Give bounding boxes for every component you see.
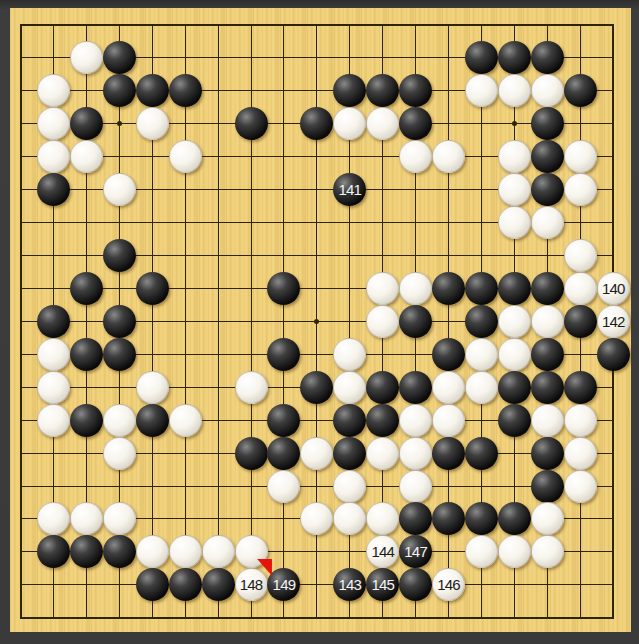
go-stone-black bbox=[564, 305, 597, 338]
grid-line-horizontal bbox=[20, 617, 615, 619]
go-stone-white bbox=[564, 404, 597, 437]
go-stone-black bbox=[531, 272, 564, 305]
go-stone-black bbox=[136, 74, 169, 107]
go-stone-black bbox=[399, 107, 432, 140]
go-stone-white bbox=[564, 272, 597, 305]
go-stone-black bbox=[498, 371, 531, 404]
go-stone-black bbox=[70, 535, 103, 568]
go-stone-black bbox=[564, 371, 597, 404]
star-point bbox=[314, 319, 319, 324]
go-stone-black bbox=[202, 568, 235, 601]
go-stone-white bbox=[37, 338, 70, 371]
go-stone-black bbox=[465, 41, 498, 74]
go-stone-black bbox=[366, 371, 399, 404]
go-stone-white bbox=[498, 206, 531, 239]
go-stone-black bbox=[235, 107, 268, 140]
go-stone-black bbox=[465, 437, 498, 470]
go-stone-white bbox=[267, 470, 300, 503]
go-stone-white bbox=[498, 173, 531, 206]
go-stone-white bbox=[399, 140, 432, 173]
go-stone-black bbox=[136, 272, 169, 305]
go-stone-white bbox=[37, 371, 70, 404]
go-stone-white bbox=[531, 502, 564, 535]
go-stone-black bbox=[432, 502, 465, 535]
move-number-label: 142 bbox=[602, 314, 625, 329]
go-stone-black bbox=[366, 74, 399, 107]
go-stone-black bbox=[531, 470, 564, 503]
go-stone-white bbox=[564, 470, 597, 503]
go-stone-white: 144 bbox=[366, 535, 399, 568]
go-stone-white bbox=[465, 74, 498, 107]
go-stone-white bbox=[465, 535, 498, 568]
go-stone-white bbox=[366, 272, 399, 305]
go-stone-black bbox=[136, 568, 169, 601]
move-number-label: 149 bbox=[273, 577, 296, 592]
go-stone-white bbox=[531, 74, 564, 107]
go-stone-white bbox=[70, 502, 103, 535]
move-number-label: 145 bbox=[371, 577, 394, 592]
go-stone-white bbox=[235, 371, 268, 404]
go-stone-white bbox=[37, 140, 70, 173]
go-stone-black bbox=[498, 404, 531, 437]
go-stone-white bbox=[202, 535, 235, 568]
go-stone-black bbox=[531, 173, 564, 206]
go-stone-black bbox=[432, 437, 465, 470]
go-stone-black bbox=[169, 568, 202, 601]
go-stone-white bbox=[366, 437, 399, 470]
go-stone-white bbox=[564, 173, 597, 206]
go-stone-white bbox=[399, 470, 432, 503]
go-stone-black bbox=[267, 272, 300, 305]
go-stone-black: 143 bbox=[333, 568, 366, 601]
go-stone-white: 140 bbox=[597, 272, 630, 305]
move-number-label: 140 bbox=[602, 281, 625, 296]
go-stone-black bbox=[333, 404, 366, 437]
go-stone-white bbox=[333, 107, 366, 140]
go-stone-white bbox=[498, 305, 531, 338]
go-stone-black bbox=[70, 404, 103, 437]
go-stone-white bbox=[37, 404, 70, 437]
go-stone-white bbox=[103, 437, 136, 470]
go-stone-white bbox=[103, 502, 136, 535]
go-stone-black bbox=[531, 338, 564, 371]
go-stone-white bbox=[366, 502, 399, 535]
go-stone-black bbox=[597, 338, 630, 371]
go-stone-white bbox=[300, 502, 333, 535]
go-stone-white bbox=[333, 371, 366, 404]
go-stone-white bbox=[465, 338, 498, 371]
go-stone-white bbox=[432, 404, 465, 437]
go-stone-black bbox=[103, 338, 136, 371]
go-stone-black bbox=[70, 272, 103, 305]
go-stone-black bbox=[169, 74, 202, 107]
move-number-label: 143 bbox=[338, 577, 361, 592]
go-stone-black bbox=[70, 107, 103, 140]
go-stone-white bbox=[136, 535, 169, 568]
go-stone-black bbox=[366, 404, 399, 437]
go-stone-white bbox=[169, 140, 202, 173]
go-stone-white bbox=[498, 140, 531, 173]
move-number-label: 148 bbox=[240, 577, 263, 592]
go-stone-black bbox=[235, 437, 268, 470]
go-stone-black bbox=[498, 41, 531, 74]
go-stone-black bbox=[399, 502, 432, 535]
go-stone-black bbox=[531, 41, 564, 74]
go-stone-white bbox=[498, 338, 531, 371]
go-stone-white bbox=[498, 535, 531, 568]
grid-line-horizontal bbox=[20, 486, 615, 487]
go-stone-black bbox=[432, 272, 465, 305]
go-stone-white: 148 bbox=[235, 568, 268, 601]
go-stone-black bbox=[333, 74, 366, 107]
go-stone-black bbox=[465, 272, 498, 305]
go-stone-white bbox=[333, 338, 366, 371]
go-stone-white bbox=[366, 305, 399, 338]
go-board[interactable]: 141140142144147148149143145146 bbox=[10, 8, 631, 632]
go-stone-black bbox=[399, 568, 432, 601]
go-stone-black: 149 bbox=[267, 568, 300, 601]
go-stone-black bbox=[432, 338, 465, 371]
go-stone-white bbox=[70, 140, 103, 173]
go-stone-white bbox=[333, 502, 366, 535]
go-stone-black bbox=[103, 305, 136, 338]
go-stone-white bbox=[169, 404, 202, 437]
grid-line-horizontal bbox=[20, 584, 615, 585]
star-point bbox=[512, 121, 517, 126]
go-stone-white bbox=[399, 437, 432, 470]
go-stone-black bbox=[399, 371, 432, 404]
go-stone-white bbox=[399, 404, 432, 437]
go-stone-black: 141 bbox=[333, 173, 366, 206]
go-stone-black bbox=[564, 74, 597, 107]
go-stone-black bbox=[333, 437, 366, 470]
go-stone-white bbox=[37, 107, 70, 140]
go-stone-white bbox=[432, 371, 465, 404]
go-stone-white bbox=[37, 74, 70, 107]
go-stone-black: 147 bbox=[399, 535, 432, 568]
go-stone-black bbox=[531, 107, 564, 140]
go-stone-black bbox=[136, 404, 169, 437]
move-number-label: 146 bbox=[437, 577, 460, 592]
go-stone-black: 145 bbox=[366, 568, 399, 601]
star-point bbox=[117, 121, 122, 126]
go-stone-black bbox=[267, 437, 300, 470]
go-stone-white bbox=[169, 535, 202, 568]
go-stone-white bbox=[366, 107, 399, 140]
go-stone-white bbox=[70, 41, 103, 74]
go-stone-white bbox=[103, 173, 136, 206]
go-stone-white bbox=[136, 107, 169, 140]
go-stone-black bbox=[531, 437, 564, 470]
go-stone-white bbox=[300, 437, 333, 470]
move-number-label: 141 bbox=[338, 182, 361, 197]
go-stone-black bbox=[498, 502, 531, 535]
go-stone-white bbox=[103, 404, 136, 437]
go-stone-black bbox=[300, 107, 333, 140]
go-stone-black bbox=[531, 371, 564, 404]
go-stone-black bbox=[70, 338, 103, 371]
go-stone-black bbox=[37, 535, 70, 568]
go-stone-black bbox=[37, 173, 70, 206]
move-number-label: 144 bbox=[371, 544, 394, 559]
go-stone-black bbox=[531, 140, 564, 173]
go-stone-white: 146 bbox=[432, 568, 465, 601]
go-stone-white bbox=[465, 371, 498, 404]
go-stone-white bbox=[564, 239, 597, 272]
go-stone-black bbox=[103, 535, 136, 568]
go-stone-black bbox=[465, 305, 498, 338]
go-stone-black bbox=[267, 404, 300, 437]
go-stone-black bbox=[37, 305, 70, 338]
go-stone-white bbox=[531, 535, 564, 568]
go-stone-black bbox=[300, 371, 333, 404]
go-stone-black bbox=[465, 502, 498, 535]
go-stone-white bbox=[564, 140, 597, 173]
go-stone-black bbox=[399, 74, 432, 107]
go-stone-white bbox=[531, 206, 564, 239]
go-stone-black bbox=[498, 272, 531, 305]
go-stone-white bbox=[37, 502, 70, 535]
go-stone-white: 142 bbox=[597, 305, 630, 338]
go-stone-white bbox=[136, 371, 169, 404]
go-stone-black bbox=[103, 41, 136, 74]
go-stone-white bbox=[498, 74, 531, 107]
go-stone-black bbox=[103, 239, 136, 272]
go-stone-white bbox=[564, 437, 597, 470]
go-stone-black bbox=[103, 74, 136, 107]
move-number-label: 147 bbox=[404, 544, 427, 559]
go-stone-white bbox=[531, 404, 564, 437]
go-stone-black bbox=[267, 338, 300, 371]
go-stone-black bbox=[399, 305, 432, 338]
go-stone-white bbox=[531, 305, 564, 338]
go-stone-white bbox=[432, 140, 465, 173]
go-stone-white bbox=[399, 272, 432, 305]
go-stone-white bbox=[333, 470, 366, 503]
